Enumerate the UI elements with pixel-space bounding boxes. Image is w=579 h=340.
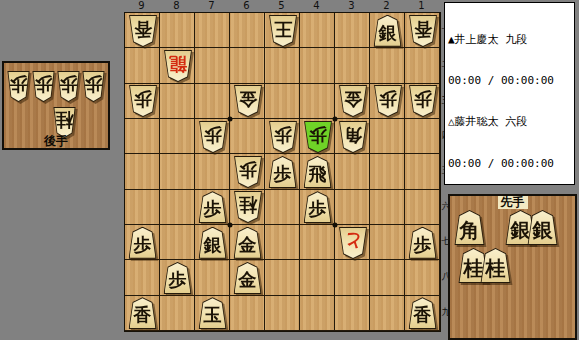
square-33[interactable]: 金 <box>335 84 370 119</box>
square-67[interactable]: 金 <box>230 225 265 260</box>
gote-gold-piece[interactable]: 金 <box>233 85 262 117</box>
sente-pawn-piece[interactable]: 歩 <box>163 262 192 294</box>
square-99[interactable]: 香 <box>125 296 160 331</box>
square-75[interactable] <box>195 154 230 189</box>
piece-kanji: 玉 <box>204 302 222 324</box>
file-label-6: 6 <box>229 0 264 12</box>
sente-bishop-in-hand-piece[interactable]: 角 <box>454 210 485 245</box>
sente-pawn-piece[interactable]: 歩 <box>268 156 297 188</box>
square-76[interactable]: 歩 <box>195 190 230 225</box>
gote-pawn-piece[interactable]: 歩 <box>373 85 402 117</box>
piece-kanji: 香 <box>414 302 432 324</box>
piece-kanji: 王 <box>274 20 292 42</box>
square-68[interactable]: 金 <box>230 260 265 295</box>
sente-pawn-piece[interactable]: 歩 <box>303 191 332 223</box>
star-point-1 <box>228 117 233 122</box>
sente-label: 先手 <box>498 196 528 209</box>
sente-player-name: ▲井上慶太 九段 <box>448 33 573 47</box>
file-coordinates: 987654321 <box>124 0 439 12</box>
square-42[interactable] <box>300 48 335 83</box>
square-62[interactable] <box>230 48 265 83</box>
square-16[interactable] <box>405 190 440 225</box>
file-label-7: 7 <box>194 0 229 12</box>
square-65[interactable]: 歩 <box>230 154 265 189</box>
square-74[interactable]: 歩 <box>195 119 230 154</box>
square-37[interactable]: と <box>335 225 370 260</box>
square-14[interactable] <box>405 119 440 154</box>
square-58[interactable] <box>265 260 300 295</box>
square-35[interactable] <box>335 154 370 189</box>
piece-kanji: 龍 <box>169 55 187 77</box>
square-44[interactable]: 歩 <box>300 119 335 154</box>
piece-kanji: 桂 <box>56 112 74 134</box>
gote-pawn-piece[interactable]: 歩 <box>268 121 297 153</box>
square-86[interactable] <box>160 190 195 225</box>
square-91[interactable]: 香 <box>125 13 160 48</box>
piece-kanji: 香 <box>414 20 432 42</box>
square-18[interactable] <box>405 260 440 295</box>
square-23[interactable]: 歩 <box>370 84 405 119</box>
shogi-board: 香王銀香龍歩金金歩歩歩歩歩角歩歩飛歩桂歩歩銀金と歩歩金香玉香 <box>124 12 441 332</box>
sente-clock: 00:00 / 00:00:00 <box>448 74 573 88</box>
piece-kanji: 金 <box>239 267 257 289</box>
file-label-4: 4 <box>299 0 334 12</box>
square-88[interactable]: 歩 <box>160 260 195 295</box>
square-93[interactable]: 歩 <box>125 84 160 119</box>
star-point-3 <box>228 223 233 228</box>
file-label-1: 1 <box>404 0 439 12</box>
square-15[interactable] <box>405 154 440 189</box>
gote-pawn-piece[interactable]: 歩 <box>303 121 332 153</box>
gote-promoted-rook-piece[interactable]: 龍 <box>163 50 192 82</box>
square-92[interactable] <box>125 48 160 83</box>
gote-lance-piece[interactable]: 香 <box>128 15 157 47</box>
gote-knight-piece[interactable]: 桂 <box>233 191 262 223</box>
square-17[interactable]: 歩 <box>405 225 440 260</box>
square-98[interactable] <box>125 260 160 295</box>
square-27[interactable] <box>370 225 405 260</box>
square-97[interactable]: 歩 <box>125 225 160 260</box>
square-52[interactable] <box>265 48 300 83</box>
square-22[interactable] <box>370 48 405 83</box>
gote-label: 後手 <box>44 135 68 148</box>
square-36[interactable] <box>335 190 370 225</box>
file-label-9: 9 <box>124 0 159 12</box>
game-info-panel: ▲井上慶太 九段 00:00 / 00:00:00 △藤井聡太 六段 00:00… <box>444 2 575 185</box>
square-89[interactable] <box>160 296 195 331</box>
square-84[interactable] <box>160 119 195 154</box>
square-82[interactable]: 龍 <box>160 48 195 83</box>
square-64[interactable] <box>230 119 265 154</box>
sente-pawn-piece[interactable]: 歩 <box>408 227 437 259</box>
square-77[interactable]: 銀 <box>195 225 230 260</box>
file-label-2: 2 <box>369 0 404 12</box>
piece-kanji: 金 <box>344 90 362 112</box>
square-61[interactable] <box>230 13 265 48</box>
gote-player-name: △藤井聡太 六段 <box>448 115 573 129</box>
gote-hand-tray: 歩歩歩歩桂 後手 <box>2 61 110 150</box>
square-83[interactable] <box>160 84 195 119</box>
gote-clock: 00:00 / 00:00:00 <box>448 157 573 171</box>
square-69[interactable] <box>230 296 265 331</box>
square-45[interactable]: 飛 <box>300 154 335 189</box>
piece-kanji: 角 <box>344 126 362 148</box>
sente-king-piece[interactable]: 玉 <box>198 297 227 329</box>
square-94[interactable] <box>125 119 160 154</box>
piece-kanji: 歩 <box>239 161 257 183</box>
piece-kanji: 銀 <box>204 232 222 254</box>
star-point-2 <box>333 117 338 122</box>
piece-kanji: 香 <box>134 302 152 324</box>
square-21[interactable]: 銀 <box>370 13 405 48</box>
square-48[interactable] <box>300 260 335 295</box>
sente-knight-in-hand-piece[interactable]: 桂 <box>480 248 511 283</box>
sente-hand-tray: 先手 角銀銀桂桂 <box>448 194 577 340</box>
sente-gold-piece[interactable]: 金 <box>233 227 262 259</box>
square-66[interactable]: 桂 <box>230 190 265 225</box>
square-71[interactable] <box>195 13 230 48</box>
piece-kanji: 角 <box>460 216 480 240</box>
square-78[interactable] <box>195 260 230 295</box>
square-51[interactable]: 王 <box>265 13 300 48</box>
square-55[interactable]: 歩 <box>265 154 300 189</box>
square-54[interactable]: 歩 <box>265 119 300 154</box>
sente-lance-piece[interactable]: 香 <box>408 297 437 329</box>
sente-pawn-piece[interactable]: 歩 <box>198 191 227 223</box>
gote-pawn-piece[interactable]: 歩 <box>128 85 157 117</box>
square-59[interactable] <box>265 296 300 331</box>
square-34[interactable]: 角 <box>335 119 370 154</box>
square-39[interactable] <box>335 296 370 331</box>
piece-kanji: と <box>343 232 361 254</box>
piece-kanji: 歩 <box>10 76 28 98</box>
sente-rook-piece[interactable]: 飛 <box>303 156 332 188</box>
piece-kanji: 金 <box>239 232 257 254</box>
piece-kanji: 歩 <box>134 232 152 254</box>
file-label-5: 5 <box>264 0 299 12</box>
sente-silver-piece[interactable]: 銀 <box>373 15 402 47</box>
square-38[interactable] <box>335 260 370 295</box>
square-72[interactable] <box>195 48 230 83</box>
file-label-3: 3 <box>334 0 369 12</box>
square-47[interactable] <box>300 225 335 260</box>
sente-silver-in-hand-piece[interactable]: 銀 <box>527 210 558 245</box>
square-11[interactable]: 香 <box>405 13 440 48</box>
square-31[interactable] <box>335 13 370 48</box>
square-53[interactable] <box>265 84 300 119</box>
sente-lance-piece[interactable]: 香 <box>128 297 157 329</box>
square-43[interactable] <box>300 84 335 119</box>
square-24[interactable] <box>370 119 405 154</box>
piece-kanji: 歩 <box>204 126 222 148</box>
square-28[interactable] <box>370 260 405 295</box>
square-26[interactable] <box>370 190 405 225</box>
gote-pawn-piece[interactable]: 歩 <box>408 85 437 117</box>
file-label-8: 8 <box>159 0 194 12</box>
piece-kanji: 桂 <box>486 254 506 278</box>
square-95[interactable] <box>125 154 160 189</box>
square-32[interactable] <box>335 48 370 83</box>
piece-kanji: 歩 <box>274 161 292 183</box>
piece-kanji: 銀 <box>533 216 553 240</box>
square-79[interactable]: 玉 <box>195 296 230 331</box>
piece-kanji: 歩 <box>309 196 327 218</box>
sente-gold-piece[interactable]: 金 <box>233 262 262 294</box>
square-12[interactable] <box>405 48 440 83</box>
sente-pawn-piece[interactable]: 歩 <box>128 227 157 259</box>
gote-bishop-piece[interactable]: 角 <box>338 121 367 153</box>
piece-kanji: 歩 <box>414 232 432 254</box>
square-85[interactable] <box>160 154 195 189</box>
square-63[interactable]: 金 <box>230 84 265 119</box>
piece-kanji: 歩 <box>204 196 222 218</box>
square-49[interactable] <box>300 296 335 331</box>
square-29[interactable] <box>370 296 405 331</box>
gote-pawn-piece[interactable]: 歩 <box>198 121 227 153</box>
square-13[interactable]: 歩 <box>405 84 440 119</box>
gote-king-piece[interactable]: 王 <box>268 15 297 47</box>
gote-pawn-in-hand-piece[interactable]: 歩 <box>82 71 105 102</box>
square-41[interactable] <box>300 13 335 48</box>
square-56[interactable] <box>265 190 300 225</box>
gote-pawn-piece[interactable]: 歩 <box>233 156 262 188</box>
piece-kanji: 桂 <box>239 196 257 218</box>
square-81[interactable] <box>160 13 195 48</box>
piece-kanji: 歩 <box>414 90 432 112</box>
square-87[interactable] <box>160 225 195 260</box>
piece-kanji: 歩 <box>379 90 397 112</box>
gote-pawn-in-hand-piece[interactable]: 歩 <box>7 71 30 102</box>
piece-kanji: 歩 <box>85 76 103 98</box>
gote-pawn-in-hand-piece[interactable]: 歩 <box>32 71 55 102</box>
square-57[interactable] <box>265 225 300 260</box>
piece-kanji: 歩 <box>169 267 187 289</box>
gote-gold-piece[interactable]: 金 <box>338 85 367 117</box>
shogi-kifu-viewer: 987654321 香王銀香龍歩金金歩歩歩歩歩角歩歩飛歩桂歩歩銀金と歩歩金香玉香… <box>0 0 579 340</box>
sente-silver-piece[interactable]: 銀 <box>198 227 227 259</box>
piece-kanji: 歩 <box>60 76 78 98</box>
piece-kanji: 銀 <box>379 20 397 42</box>
square-73[interactable] <box>195 84 230 119</box>
square-46[interactable]: 歩 <box>300 190 335 225</box>
piece-kanji: 歩 <box>309 126 327 148</box>
piece-kanji: 歩 <box>274 126 292 148</box>
star-point-4 <box>333 223 338 228</box>
piece-kanji: 歩 <box>35 76 53 98</box>
piece-kanji: 金 <box>239 90 257 112</box>
piece-kanji: 飛 <box>309 161 327 183</box>
gote-lance-piece[interactable]: 香 <box>408 15 437 47</box>
piece-kanji: 香 <box>134 20 152 42</box>
square-96[interactable] <box>125 190 160 225</box>
gote-tokin-piece[interactable]: と <box>338 227 367 259</box>
square-19[interactable]: 香 <box>405 296 440 331</box>
gote-pawn-in-hand-piece[interactable]: 歩 <box>57 71 80 102</box>
piece-kanji: 歩 <box>134 90 152 112</box>
square-25[interactable] <box>370 154 405 189</box>
